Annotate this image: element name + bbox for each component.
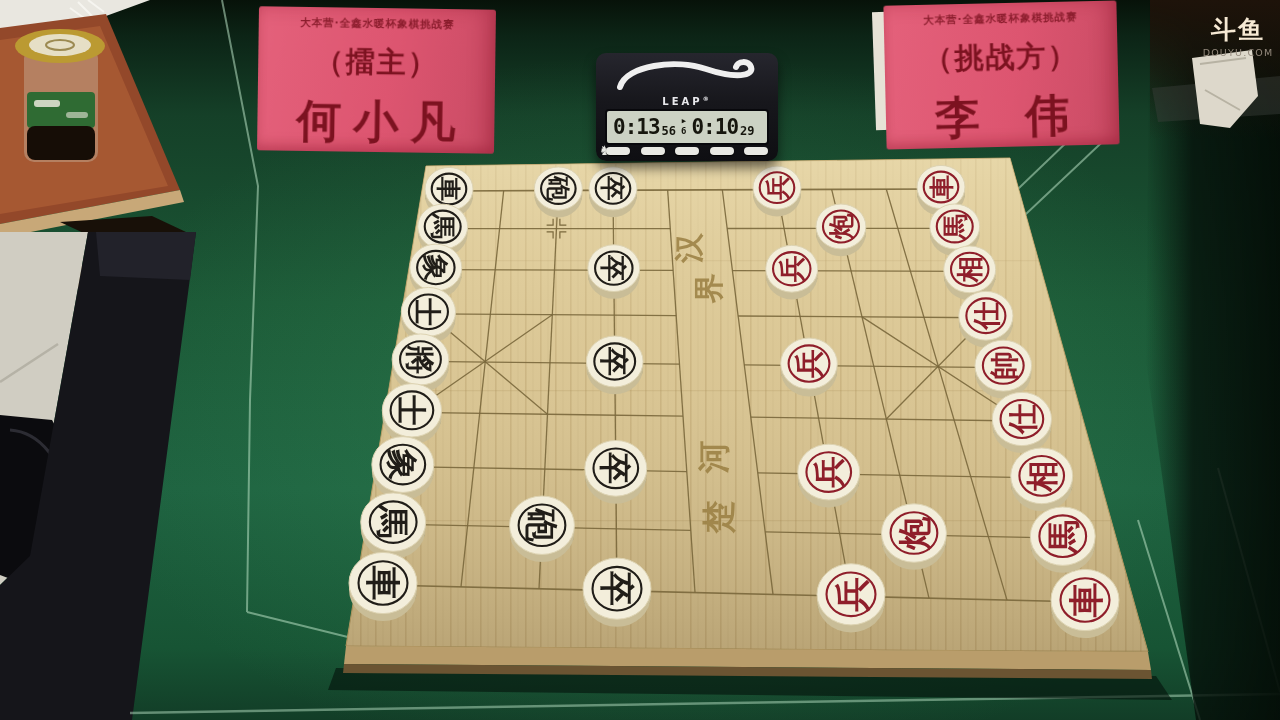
piece-black-chariot-c1r9[interactable]: 車 (349, 552, 417, 621)
piece-character: 車 (434, 176, 463, 202)
river-character: 汉 (671, 232, 706, 264)
piece-red-advisor-c10r4[interactable]: 仕 (959, 291, 1013, 347)
piece-character: 象 (384, 448, 420, 481)
clock-right-seconds: 29 (740, 124, 754, 138)
piece-character: 相 (954, 256, 985, 284)
piece-character: 兵 (811, 456, 847, 489)
piece-red-general-c10r5[interactable]: 帥 (975, 340, 1032, 398)
chess-clock: LEAP® 0:13 56 ▶ 6 0:10 29 ♞ (596, 53, 778, 161)
piece-character: 帥 (987, 351, 1021, 380)
river-character: 楚 (699, 500, 738, 535)
piece-red-advisor-c10r6[interactable]: 仕 (992, 392, 1051, 453)
clock-left-seconds: 56 (662, 124, 676, 138)
piece-black-elephant-c1r7[interactable]: 象 (372, 437, 434, 500)
clock-buttons[interactable] (606, 147, 768, 155)
piece-character: 車 (1065, 583, 1105, 619)
river-character-glyph: 界 (691, 273, 726, 304)
piece-character: 將 (403, 344, 437, 374)
piece-black-soldier-c4r1[interactable]: 卒 (589, 167, 637, 217)
piece-character: 仕 (1005, 404, 1040, 435)
river-character-glyph: 河 (694, 441, 733, 475)
piece-character: 砲 (544, 175, 573, 201)
move-counter: 6 (681, 127, 686, 136)
piece-red-soldier-c7r3[interactable]: 兵 (766, 245, 818, 299)
piece-character: 相 (1024, 460, 1060, 493)
douyu-watermark: 斗鱼 DOUYU.COM (1198, 13, 1278, 58)
piece-red-soldier-c7r1[interactable]: 兵 (753, 166, 801, 216)
piece-red-cannon-c8r8[interactable]: 炮 (882, 504, 947, 570)
jar-label (27, 92, 95, 128)
piece-character: 馬 (373, 504, 412, 539)
jar-contents (27, 126, 95, 160)
table-edge-band-sheen (96, 232, 196, 280)
piece-red-soldier-c7r7[interactable]: 兵 (798, 444, 860, 507)
river-character-glyph: 楚 (699, 500, 738, 535)
clock-brand: LEAP® (596, 95, 778, 107)
piece-character: 仕 (970, 302, 1003, 332)
piece-character: 兵 (776, 255, 807, 283)
piece-red-cannon-c8r2[interactable]: 炮 (816, 204, 866, 256)
piece-red-soldier-c7r5[interactable]: 兵 (781, 338, 838, 396)
stream-frame: 汉界河楚 車兵卒砲車馬炮馬象卒兵相士仕將卒兵帥士仕象卒兵相馬砲炮馬車卒兵車 大本… (0, 0, 1280, 720)
piece-character: 卒 (597, 452, 633, 485)
piece-character: 馬 (940, 214, 970, 241)
piece-black-general-c1r5[interactable]: 將 (392, 334, 449, 392)
clock-button-1[interactable] (606, 147, 630, 155)
piece-character: 砲 (522, 507, 561, 542)
piece-character: 兵 (831, 577, 871, 613)
piece-character: 炮 (895, 517, 934, 552)
clock-center-indicators: ▶ 6 (681, 118, 686, 136)
river-character: 河 (694, 441, 733, 475)
piece-black-soldier-c4r7[interactable]: 卒 (585, 440, 647, 503)
piece-black-horse-c1r8[interactable]: 馬 (361, 493, 426, 559)
piece-character: 馬 (428, 213, 458, 240)
piece-black-cannon-c3r8[interactable]: 砲 (510, 496, 575, 562)
river-character-glyph: 汉 (671, 232, 706, 264)
piece-character: 卒 (597, 346, 631, 376)
piece-red-chariot-c10r9[interactable]: 車 (1051, 569, 1119, 638)
piece-character: 卒 (598, 175, 627, 201)
piece-character: 車 (363, 565, 403, 601)
douyu-url: DOUYU.COM (1198, 47, 1278, 58)
piece-black-cannon-c3r1[interactable]: 砲 (534, 167, 582, 217)
river-character: 界 (691, 273, 726, 304)
piece-black-soldier-c4r9[interactable]: 卒 (583, 558, 651, 627)
piece-character: 士 (411, 298, 444, 326)
piece-character: 馬 (1044, 520, 1083, 555)
piece-red-elephant-c10r7[interactable]: 相 (1011, 448, 1073, 511)
clock-button-4[interactable] (710, 147, 734, 155)
player-name-challenger: 李 伟 (885, 84, 1119, 149)
event-banner-text: 大本营·全鑫水暖杯象棋挑战赛 (259, 15, 496, 32)
event-banner-text: 大本营·全鑫水暖杯象棋挑战赛 (884, 9, 1117, 28)
piece-black-advisor-c1r6[interactable]: 士 (382, 384, 441, 445)
role-label-challenger: （挑战方） (884, 35, 1118, 80)
piece-black-soldier-c4r3[interactable]: 卒 (588, 245, 640, 299)
piece-character: 車 (927, 175, 956, 201)
clock-wave-decoration (596, 53, 778, 99)
clock-button-5[interactable] (744, 147, 768, 155)
jar-lid-label (29, 34, 91, 56)
jar-label-text-mark2 (66, 112, 88, 118)
felt-seam-left (222, 0, 258, 612)
tea-jar (15, 29, 105, 162)
piece-black-soldier-c4r5[interactable]: 卒 (586, 336, 643, 394)
clock-lcd: 0:13 56 ▶ 6 0:10 29 (605, 109, 769, 145)
piece-character: 士 (394, 394, 429, 425)
player-name-defender: 何小凡 (257, 90, 495, 153)
piece-red-soldier-c7r9[interactable]: 兵 (817, 564, 885, 633)
clock-button-3[interactable] (675, 147, 699, 155)
piece-character: 兵 (763, 175, 792, 201)
piece-character: 象 (420, 253, 451, 281)
name-card-challenger: 大本营·全鑫水暖杯象棋挑战赛 （挑战方） 李 伟 (883, 0, 1119, 149)
clock-right-time: 0:10 (691, 115, 738, 139)
piece-character: 炮 (826, 213, 856, 240)
jar-label-text-mark (34, 100, 60, 107)
piece-character: 兵 (792, 349, 826, 379)
name-card-defender: 大本营·全鑫水暖杯象棋挑战赛 （擂主） 何小凡 (257, 6, 496, 153)
clock-left-time: 0:13 (613, 115, 660, 139)
piece-red-horse-c10r8[interactable]: 馬 (1030, 507, 1095, 573)
piece-character: 卒 (597, 570, 637, 606)
douyu-logo-text: 斗鱼 (1198, 13, 1278, 46)
role-label-defender: （擂主） (258, 41, 496, 84)
clock-button-2[interactable] (641, 147, 665, 155)
piece-character: 卒 (598, 255, 629, 282)
turn-indicator-icon: ▶ (682, 118, 686, 125)
